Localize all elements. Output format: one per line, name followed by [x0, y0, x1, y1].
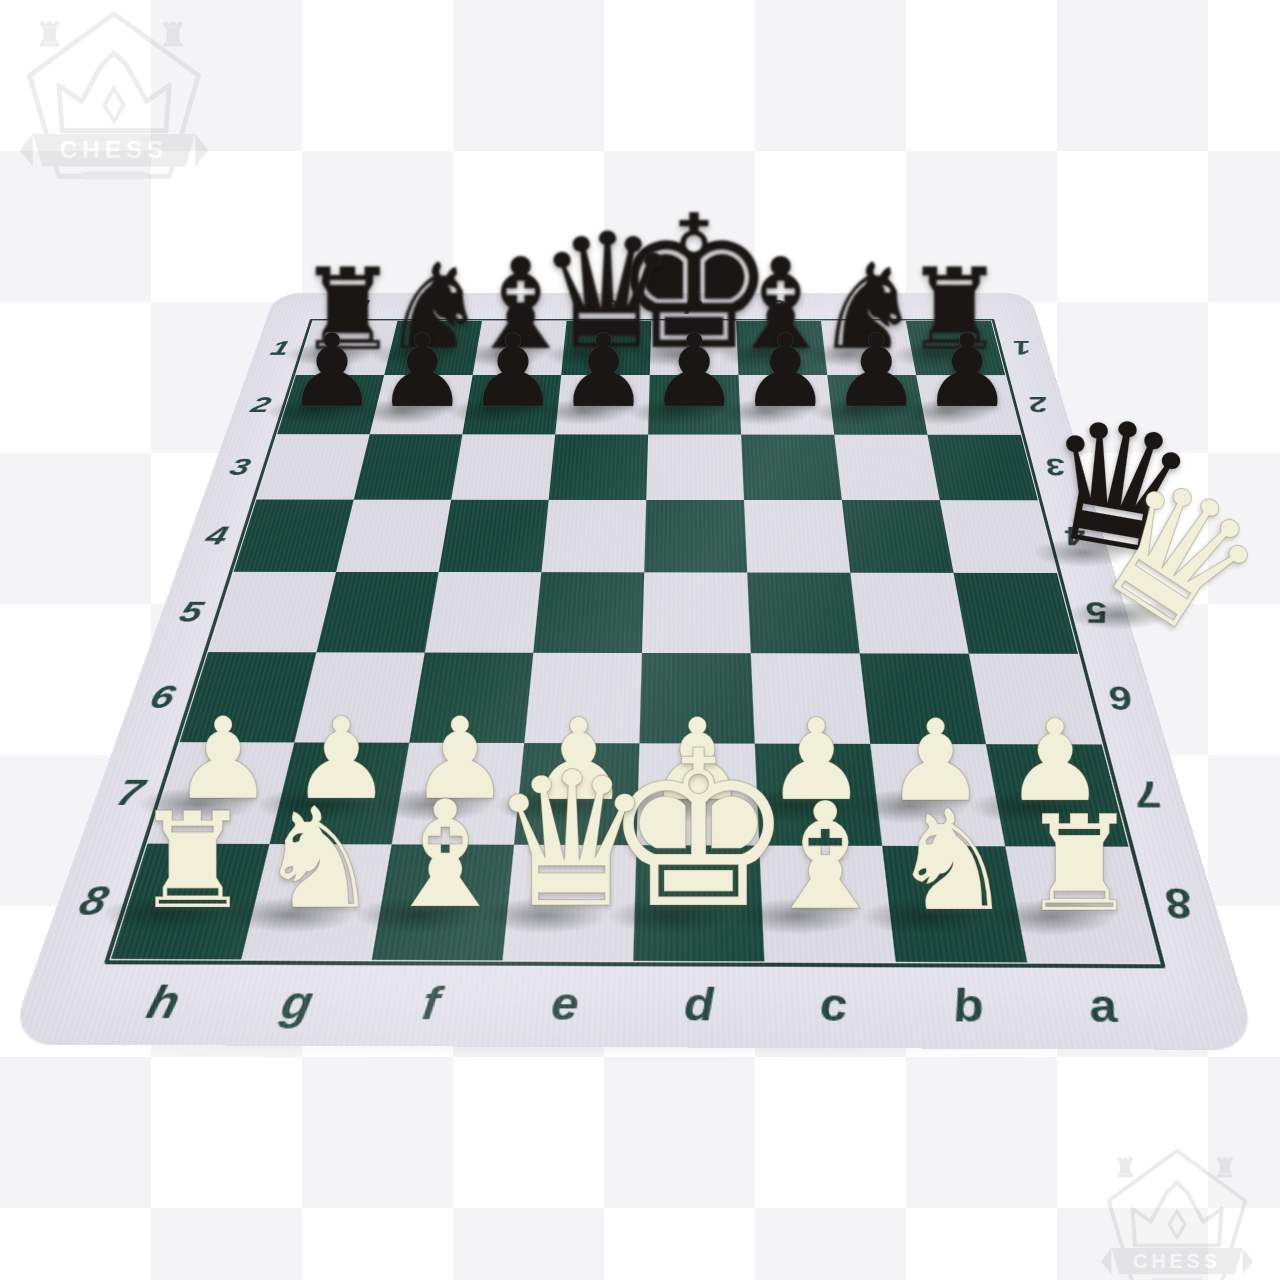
watermark-chess-text: CHESS	[60, 136, 168, 163]
square-h5	[208, 572, 336, 653]
square-a3	[927, 435, 1037, 501]
square-e6	[524, 653, 642, 744]
square-g1	[384, 321, 482, 375]
file-label-bottom-c: c	[818, 980, 849, 1028]
rank-label-right-6: 6	[1105, 681, 1137, 714]
rank-label-right-5: 5	[1082, 598, 1112, 628]
square-b6	[860, 653, 986, 744]
square-a8	[1005, 846, 1159, 963]
file-label-top-b: b	[851, 298, 873, 316]
rank-label-left-6: 6	[146, 679, 180, 712]
square-d6	[639, 653, 754, 744]
square-h4	[234, 500, 354, 572]
watermark-tagline-strip	[82, 171, 147, 179]
square-e7	[514, 743, 639, 845]
file-label-bottom-f: f	[420, 979, 443, 1026]
square-e4	[541, 500, 646, 573]
square-h3	[256, 434, 369, 499]
square-c8	[759, 846, 895, 962]
square-b3	[834, 435, 940, 501]
board-grid	[111, 321, 1159, 963]
square-g5	[316, 572, 438, 653]
rank-label-right-7: 7	[1131, 776, 1166, 813]
square-f3	[451, 434, 555, 499]
square-e8	[502, 845, 636, 961]
rank-label-left-5: 5	[176, 596, 207, 625]
square-g3	[354, 434, 463, 499]
square-h6	[180, 652, 317, 742]
square-f2	[462, 375, 561, 434]
rank-label-left-8: 8	[75, 878, 115, 920]
rank-label-left-1: 1	[268, 338, 292, 358]
square-a4	[940, 500, 1057, 573]
file-label-bottom-d: d	[684, 980, 714, 1027]
crown-badge-icon: ♜ ♜ CHESS	[1098, 1143, 1256, 1280]
file-label-bottom-a: a	[1084, 981, 1122, 1029]
square-f6	[409, 653, 533, 743]
square-g2	[370, 375, 473, 434]
file-label-bottom-b: b	[949, 981, 986, 1029]
square-c5	[747, 573, 860, 654]
square-d7	[637, 743, 760, 845]
square-d2	[648, 375, 741, 434]
square-c6	[751, 653, 870, 744]
square-e1	[561, 321, 651, 375]
square-a2	[916, 375, 1021, 435]
square-c3	[741, 435, 842, 501]
square-c4	[744, 500, 850, 573]
rank-label-right-3: 3	[1043, 455, 1069, 479]
square-a1	[906, 321, 1005, 375]
watermark-chess-text: CHESS	[1133, 1250, 1220, 1272]
file-label-top-a: a	[935, 298, 956, 316]
square-d5	[642, 572, 751, 653]
rank-label-right-1: 1	[1011, 338, 1034, 358]
rank-label-left-4: 4	[203, 522, 232, 548]
file-label-top-d: d	[684, 298, 703, 316]
square-e5	[533, 572, 644, 653]
banner-tail-left	[1101, 1248, 1112, 1274]
square-h2	[277, 375, 384, 434]
square-b2	[827, 375, 927, 435]
square-f4	[439, 500, 549, 572]
square-e3	[549, 434, 648, 499]
square-f5	[425, 572, 542, 653]
file-label-top-g: g	[431, 298, 454, 316]
file-label-top-c: c	[768, 298, 787, 316]
square-a5	[954, 573, 1079, 654]
square-a7	[986, 744, 1129, 847]
watermark-logo-top-left: ♜ ♜ CHESS	[16, 4, 212, 186]
square-b1	[821, 321, 916, 375]
square-h1	[296, 321, 398, 375]
square-c1	[736, 321, 827, 375]
square-f7	[392, 743, 525, 845]
file-label-bottom-g: g	[278, 978, 318, 1025]
file-label-bottom-e: e	[550, 979, 580, 1026]
rank-label-left-3: 3	[227, 454, 254, 478]
square-d8	[633, 845, 764, 961]
watermark-logo-bottom-right: ♜ ♜ CHESS	[1098, 1143, 1256, 1280]
square-a6	[969, 654, 1102, 745]
file-label-top-h: h	[347, 298, 371, 316]
rank-label-right-2: 2	[1026, 394, 1051, 416]
square-g4	[336, 500, 451, 572]
square-b5	[850, 573, 969, 654]
square-d4	[644, 500, 747, 573]
rank-label-left-7: 7	[113, 773, 150, 810]
square-e2	[555, 375, 650, 434]
rank-label-left-2: 2	[249, 393, 275, 415]
square-g6	[294, 652, 424, 742]
square-b4	[842, 500, 954, 573]
square-d3	[646, 435, 744, 501]
square-f8	[372, 844, 514, 960]
square-d1	[650, 321, 739, 375]
rank-label-right-8: 8	[1160, 882, 1198, 925]
banner-tail-right	[1243, 1248, 1254, 1274]
file-label-bottom-h: h	[143, 978, 186, 1025]
file-label-top-e: e	[601, 298, 619, 316]
rank-label-right-4: 4	[1061, 523, 1089, 550]
crown-badge-icon: ♜ ♜ CHESS	[16, 4, 212, 186]
banner-tail-right	[195, 134, 208, 167]
square-b7	[870, 744, 1005, 846]
file-label-top-f: f	[520, 298, 533, 316]
chess-set-product-photo: ♜ ♜ CHESS ♜ ♜ CHESS 11hh2	[0, 0, 1280, 1280]
square-g7	[269, 742, 409, 844]
square-b8	[882, 846, 1027, 962]
banner-tail-left	[20, 134, 33, 167]
square-c2	[738, 375, 834, 434]
square-c7	[755, 744, 882, 846]
square-f1	[473, 321, 567, 375]
